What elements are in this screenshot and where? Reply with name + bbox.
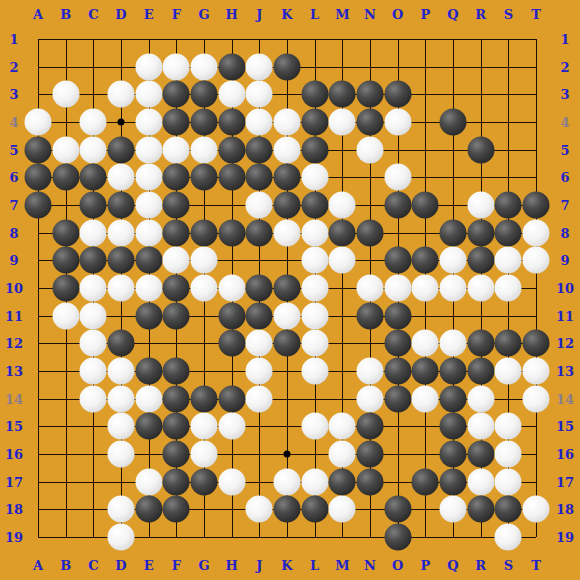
stone-white[interactable] — [301, 247, 328, 274]
column-label-top: J — [256, 8, 262, 21]
stone-white[interactable] — [191, 413, 218, 440]
stone-black[interactable] — [163, 413, 190, 440]
stone-white[interactable] — [495, 524, 522, 551]
stone-white[interactable] — [80, 330, 107, 357]
stone-black[interactable] — [191, 468, 218, 495]
stone-white[interactable] — [384, 109, 411, 136]
row-label-left: 6 — [9, 171, 18, 184]
stone-white[interactable] — [329, 247, 356, 274]
row-label-left: 18 — [5, 503, 23, 516]
stone-white[interactable] — [191, 53, 218, 80]
column-label-bottom: S — [504, 559, 513, 572]
stone-black[interactable] — [80, 247, 107, 274]
stone-black[interactable] — [384, 192, 411, 219]
stone-white[interactable] — [108, 275, 135, 302]
stone-black[interactable] — [246, 136, 273, 163]
stone-white[interactable] — [80, 302, 107, 329]
stone-white[interactable] — [495, 441, 522, 468]
column-label-top: K — [281, 8, 292, 21]
stone-white[interactable] — [495, 247, 522, 274]
stone-white[interactable] — [384, 275, 411, 302]
row-label-right: 17 — [556, 475, 574, 488]
stone-white[interactable] — [301, 358, 328, 385]
stone-black[interactable] — [135, 358, 162, 385]
stone-black[interactable] — [495, 496, 522, 523]
stone-black[interactable] — [384, 496, 411, 523]
stone-black[interactable] — [467, 219, 494, 246]
stone-black[interactable] — [357, 468, 384, 495]
stone-white[interactable] — [108, 524, 135, 551]
stone-white[interactable] — [135, 192, 162, 219]
column-label-bottom: K — [281, 559, 292, 572]
stone-white[interactable] — [108, 441, 135, 468]
stone-white[interactable] — [135, 219, 162, 246]
stone-white[interactable] — [218, 413, 245, 440]
stone-black[interactable] — [384, 358, 411, 385]
column-label-top: T — [531, 8, 541, 21]
stone-black[interactable] — [52, 275, 79, 302]
column-label-top: S — [504, 8, 513, 21]
stone-black[interactable] — [163, 81, 190, 108]
row-label-left: 2 — [9, 60, 18, 73]
stone-black[interactable] — [274, 496, 301, 523]
column-label-bottom: D — [115, 559, 126, 572]
stone-black[interactable] — [135, 496, 162, 523]
stone-white[interactable] — [80, 109, 107, 136]
stone-black[interactable] — [357, 109, 384, 136]
stone-white[interactable] — [440, 330, 467, 357]
stone-black[interactable] — [301, 109, 328, 136]
stone-black[interactable] — [274, 53, 301, 80]
stone-white[interactable] — [412, 275, 439, 302]
stone-white[interactable] — [218, 81, 245, 108]
star-point — [284, 451, 291, 458]
stone-black[interactable] — [440, 413, 467, 440]
row-label-right: 1 — [560, 33, 569, 46]
stone-black[interactable] — [467, 247, 494, 274]
stone-white[interactable] — [108, 219, 135, 246]
row-label-left: 7 — [9, 199, 18, 212]
stone-white[interactable] — [135, 136, 162, 163]
stone-white[interactable] — [301, 164, 328, 191]
stone-white[interactable] — [246, 81, 273, 108]
stone-white[interactable] — [108, 385, 135, 412]
column-label-top: L — [310, 8, 319, 21]
stone-black[interactable] — [440, 468, 467, 495]
row-label-left: 19 — [5, 531, 23, 544]
stone-black[interactable] — [246, 275, 273, 302]
stone-white[interactable] — [495, 275, 522, 302]
stone-black[interactable] — [191, 164, 218, 191]
stone-black[interactable] — [467, 136, 494, 163]
stone-white[interactable] — [135, 81, 162, 108]
stone-white[interactable] — [80, 136, 107, 163]
stone-white[interactable] — [523, 247, 550, 274]
stone-white[interactable] — [523, 358, 550, 385]
stone-white[interactable] — [80, 385, 107, 412]
column-label-bottom: A — [33, 559, 43, 572]
column-label-bottom: Q — [447, 559, 458, 572]
star-point — [118, 119, 125, 126]
row-label-right: 12 — [556, 337, 574, 350]
stone-white[interactable] — [301, 468, 328, 495]
stone-white[interactable] — [467, 468, 494, 495]
column-label-bottom: C — [88, 559, 98, 572]
stone-white[interactable] — [301, 275, 328, 302]
row-label-left: 17 — [5, 475, 23, 488]
stone-black[interactable] — [440, 385, 467, 412]
stone-black[interactable] — [301, 192, 328, 219]
stone-white[interactable] — [495, 468, 522, 495]
stone-black[interactable] — [384, 524, 411, 551]
stone-white[interactable] — [246, 385, 273, 412]
column-label-bottom: G — [198, 559, 209, 572]
stone-black[interactable] — [25, 192, 52, 219]
stone-white[interactable] — [301, 330, 328, 357]
stone-white[interactable] — [246, 192, 273, 219]
column-label-top: N — [364, 8, 376, 21]
stone-black[interactable] — [218, 302, 245, 329]
stone-black[interactable] — [108, 330, 135, 357]
row-label-right: 2 — [560, 60, 569, 73]
column-label-top: B — [60, 8, 71, 21]
stone-white[interactable] — [108, 358, 135, 385]
stone-black[interactable] — [163, 109, 190, 136]
stone-white[interactable] — [52, 136, 79, 163]
stone-black[interactable] — [218, 219, 245, 246]
column-label-bottom: R — [475, 559, 486, 572]
stone-black[interactable] — [163, 468, 190, 495]
goban-board[interactable]: AABBCCDDEEFFGGHHJJKKLLMMNNOOPPQQRRSSTT11… — [0, 0, 580, 580]
stone-white[interactable] — [384, 164, 411, 191]
row-label-right: 6 — [560, 171, 569, 184]
stone-white[interactable] — [329, 496, 356, 523]
row-label-right: 15 — [556, 420, 574, 433]
column-label-top: F — [172, 8, 181, 21]
stone-black[interactable] — [191, 81, 218, 108]
row-label-right: 7 — [560, 199, 569, 212]
stone-white[interactable] — [495, 358, 522, 385]
stone-white[interactable] — [246, 330, 273, 357]
stone-black[interactable] — [108, 136, 135, 163]
stone-black[interactable] — [384, 302, 411, 329]
row-label-left: 10 — [5, 282, 23, 295]
stone-black[interactable] — [135, 247, 162, 274]
go-board-screenshot: { "game": "go", "board": { "size": 19, "… — [0, 0, 580, 580]
stone-black[interactable] — [495, 192, 522, 219]
stone-black[interactable] — [218, 53, 245, 80]
stone-white[interactable] — [274, 136, 301, 163]
stone-black[interactable] — [357, 302, 384, 329]
row-label-left: 15 — [5, 420, 23, 433]
row-label-left: 11 — [5, 309, 23, 322]
stone-black[interactable] — [329, 468, 356, 495]
stone-black[interactable] — [246, 164, 273, 191]
stone-white[interactable] — [108, 164, 135, 191]
stone-black[interactable] — [384, 330, 411, 357]
stone-white[interactable] — [523, 219, 550, 246]
stone-white[interactable] — [246, 496, 273, 523]
column-label-bottom: E — [144, 559, 154, 572]
stone-black[interactable] — [384, 247, 411, 274]
stone-white[interactable] — [246, 358, 273, 385]
stone-black[interactable] — [108, 247, 135, 274]
stone-black[interactable] — [163, 441, 190, 468]
stone-black[interactable] — [163, 358, 190, 385]
stone-black[interactable] — [523, 192, 550, 219]
stone-white[interactable] — [163, 53, 190, 80]
stone-black[interactable] — [412, 192, 439, 219]
stone-white[interactable] — [274, 219, 301, 246]
stone-black[interactable] — [440, 219, 467, 246]
stone-white[interactable] — [329, 413, 356, 440]
row-label-right: 16 — [556, 448, 574, 461]
stone-white[interactable] — [135, 53, 162, 80]
row-label-left: 13 — [5, 365, 23, 378]
column-label-bottom: F — [172, 559, 181, 572]
row-label-left: 1 — [9, 33, 18, 46]
stone-white[interactable] — [246, 109, 273, 136]
stone-black[interactable] — [135, 302, 162, 329]
stone-white[interactable] — [440, 275, 467, 302]
stone-white[interactable] — [495, 413, 522, 440]
stone-black[interactable] — [357, 413, 384, 440]
stone-white[interactable] — [246, 53, 273, 80]
column-label-bottom: J — [256, 559, 262, 572]
stone-white[interactable] — [191, 136, 218, 163]
stone-white[interactable] — [52, 302, 79, 329]
stone-white[interactable] — [357, 136, 384, 163]
stone-white[interactable] — [467, 385, 494, 412]
stone-black[interactable] — [384, 81, 411, 108]
stone-black[interactable] — [218, 164, 245, 191]
stone-black[interactable] — [523, 330, 550, 357]
stone-white[interactable] — [467, 192, 494, 219]
stone-black[interactable] — [467, 330, 494, 357]
row-label-right: 18 — [556, 503, 574, 516]
row-label-left: 4 — [9, 116, 18, 129]
stone-white[interactable] — [301, 302, 328, 329]
stone-black[interactable] — [218, 330, 245, 357]
row-label-right: 10 — [556, 282, 574, 295]
stone-white[interactable] — [523, 496, 550, 523]
stone-white[interactable] — [80, 219, 107, 246]
row-label-left: 16 — [5, 448, 23, 461]
stone-black[interactable] — [163, 164, 190, 191]
row-label-right: 8 — [560, 226, 569, 239]
stone-white[interactable] — [274, 468, 301, 495]
row-label-left: 14 — [5, 392, 23, 405]
stone-white[interactable] — [135, 468, 162, 495]
stone-black[interactable] — [163, 275, 190, 302]
stone-black[interactable] — [440, 358, 467, 385]
stone-black[interactable] — [274, 164, 301, 191]
column-label-bottom: P — [420, 559, 430, 572]
stone-white[interactable] — [191, 275, 218, 302]
column-label-bottom: L — [310, 559, 319, 572]
column-label-bottom: B — [60, 559, 71, 572]
stone-black[interactable] — [163, 496, 190, 523]
row-label-right: 14 — [556, 392, 574, 405]
stone-black[interactable] — [246, 302, 273, 329]
row-label-left: 9 — [9, 254, 18, 267]
stone-white[interactable] — [329, 192, 356, 219]
stone-white[interactable] — [412, 330, 439, 357]
stone-white[interactable] — [467, 413, 494, 440]
stone-white[interactable] — [135, 164, 162, 191]
column-label-top: D — [115, 8, 126, 21]
stone-white[interactable] — [108, 81, 135, 108]
stone-black[interactable] — [495, 330, 522, 357]
row-label-right: 4 — [560, 116, 569, 129]
stone-black[interactable] — [301, 136, 328, 163]
stone-black[interactable] — [52, 247, 79, 274]
column-label-top: A — [33, 8, 43, 21]
stone-white[interactable] — [135, 275, 162, 302]
stone-white[interactable] — [357, 358, 384, 385]
column-label-top: E — [144, 8, 154, 21]
column-label-top: R — [475, 8, 486, 21]
stone-white[interactable] — [329, 109, 356, 136]
stone-white[interactable] — [440, 496, 467, 523]
column-label-top: P — [420, 8, 430, 21]
stone-white[interactable] — [274, 302, 301, 329]
column-label-bottom: M — [335, 559, 349, 572]
column-label-bottom: O — [392, 559, 403, 572]
stone-black[interactable] — [246, 219, 273, 246]
stone-black[interactable] — [357, 441, 384, 468]
stone-white[interactable] — [108, 496, 135, 523]
stone-white[interactable] — [25, 109, 52, 136]
stone-black[interactable] — [52, 164, 79, 191]
stone-white[interactable] — [357, 275, 384, 302]
stone-black[interactable] — [467, 441, 494, 468]
stone-black[interactable] — [440, 441, 467, 468]
stone-black[interactable] — [108, 192, 135, 219]
stone-black[interactable] — [274, 192, 301, 219]
row-label-right: 13 — [556, 365, 574, 378]
column-label-top: C — [88, 8, 98, 21]
row-label-left: 3 — [9, 88, 18, 101]
stone-white[interactable] — [163, 136, 190, 163]
stone-black[interactable] — [301, 81, 328, 108]
stone-black[interactable] — [218, 136, 245, 163]
row-label-left: 12 — [5, 337, 23, 350]
grid-line-vertical — [536, 39, 537, 537]
column-label-top: M — [335, 8, 349, 21]
stone-black[interactable] — [440, 109, 467, 136]
row-label-right: 5 — [560, 143, 569, 156]
stone-black[interactable] — [274, 275, 301, 302]
stone-black[interactable] — [25, 136, 52, 163]
stone-white[interactable] — [301, 219, 328, 246]
column-label-bottom: N — [364, 559, 376, 572]
stone-black[interactable] — [412, 358, 439, 385]
stone-white[interactable] — [135, 109, 162, 136]
stone-black[interactable] — [163, 219, 190, 246]
row-label-right: 9 — [560, 254, 569, 267]
stone-black[interactable] — [384, 385, 411, 412]
stone-black[interactable] — [135, 413, 162, 440]
stone-black[interactable] — [25, 164, 52, 191]
stone-black[interactable] — [329, 219, 356, 246]
stone-white[interactable] — [80, 275, 107, 302]
row-label-right: 3 — [560, 88, 569, 101]
stone-black[interactable] — [218, 109, 245, 136]
column-label-bottom: H — [226, 559, 238, 572]
stone-black[interactable] — [80, 192, 107, 219]
stone-white[interactable] — [163, 247, 190, 274]
stone-black[interactable] — [163, 192, 190, 219]
stone-white[interactable] — [274, 109, 301, 136]
stone-black[interactable] — [80, 164, 107, 191]
row-label-left: 8 — [9, 226, 18, 239]
stone-black[interactable] — [412, 247, 439, 274]
stone-white[interactable] — [191, 247, 218, 274]
stone-white[interactable] — [108, 413, 135, 440]
stone-black[interactable] — [191, 109, 218, 136]
stone-white[interactable] — [467, 275, 494, 302]
row-label-right: 19 — [556, 531, 574, 544]
stone-black[interactable] — [191, 219, 218, 246]
stone-black[interactable] — [412, 468, 439, 495]
row-label-left: 5 — [9, 143, 18, 156]
stone-black[interactable] — [301, 496, 328, 523]
column-label-top: Q — [447, 8, 458, 21]
stone-white[interactable] — [440, 247, 467, 274]
stone-white[interactable] — [80, 358, 107, 385]
stone-black[interactable] — [191, 385, 218, 412]
stone-white[interactable] — [301, 413, 328, 440]
stone-black[interactable] — [218, 385, 245, 412]
column-label-top: H — [226, 8, 238, 21]
stone-white[interactable] — [52, 81, 79, 108]
stone-black[interactable] — [329, 81, 356, 108]
stone-black[interactable] — [495, 219, 522, 246]
column-label-top: G — [198, 8, 209, 21]
stone-black[interactable] — [467, 496, 494, 523]
stone-black[interactable] — [274, 330, 301, 357]
stone-black[interactable] — [52, 219, 79, 246]
column-label-top: O — [392, 8, 403, 21]
stone-white[interactable] — [357, 385, 384, 412]
stone-black[interactable] — [357, 219, 384, 246]
stone-white[interactable] — [191, 441, 218, 468]
stone-white[interactable] — [218, 275, 245, 302]
column-label-bottom: T — [531, 559, 541, 572]
stone-white[interactable] — [523, 385, 550, 412]
stone-white[interactable] — [135, 385, 162, 412]
stone-black[interactable] — [357, 81, 384, 108]
stone-white[interactable] — [329, 441, 356, 468]
stone-black[interactable] — [163, 385, 190, 412]
stone-white[interactable] — [218, 468, 245, 495]
stone-black[interactable] — [163, 302, 190, 329]
stone-white[interactable] — [412, 385, 439, 412]
row-label-right: 11 — [556, 309, 574, 322]
stone-black[interactable] — [467, 358, 494, 385]
